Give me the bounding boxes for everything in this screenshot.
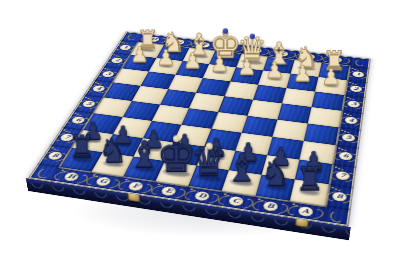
label-disc: 4: [344, 116, 357, 124]
scroll-ornament-icon: [40, 150, 60, 162]
ornament-dots: [338, 147, 340, 148]
scroll-ornament-icon: [235, 197, 257, 211]
ornament-dots: [63, 129, 65, 130]
frame-corner: [28, 164, 60, 182]
label-disc: D: [194, 191, 211, 202]
brass-clasp-right: [295, 215, 309, 228]
scroll-ornament-icon: [182, 189, 203, 202]
ornament-dots: [104, 68, 106, 69]
scroll-ornament-icon: [250, 198, 272, 212]
scroll-ornament-icon: [215, 193, 237, 206]
scroll-ornament-icon: [355, 59, 366, 67]
label-disc: 6: [339, 151, 353, 160]
chess-board: HHGGFFEEDDCCBBAA1122334455667788 ♜♞♝♛♚♝♞…: [28, 31, 371, 226]
ornament-dots: [157, 184, 159, 185]
ornament-dots: [331, 187, 333, 188]
label-disc: E: [160, 186, 177, 196]
ornament-dots: [125, 179, 127, 180]
rank-label-right-8: 8: [325, 184, 354, 209]
ornament-dots: [113, 54, 115, 55]
ornament-dots: [349, 82, 351, 83]
scroll-ornament-icon: [116, 179, 137, 192]
rank-label-right-4: 4: [338, 111, 363, 131]
scroll-ornament-icon: [337, 171, 358, 183]
rank-label-right-6: 6: [332, 145, 359, 167]
ornament-dots: [190, 188, 192, 189]
ornament-dots: [51, 147, 53, 148]
scroll-ornament-icon: [69, 173, 90, 185]
ornament-dots: [335, 166, 337, 167]
scroll-ornament-icon: [343, 134, 362, 145]
crown-accent: [249, 34, 254, 39]
crown-accent: [173, 135, 180, 142]
label-disc: C: [228, 196, 244, 207]
ornament-dots: [122, 42, 124, 43]
brass-clasp-left: [127, 190, 140, 202]
scroll-ornament-icon: [126, 34, 139, 41]
ornament-dots: [95, 82, 97, 83]
piece-black-knight-b8[interactable]: ♞: [260, 157, 291, 191]
label-disc: 8: [332, 191, 347, 202]
ornament-dots: [93, 174, 95, 175]
piece-black-rook-a8[interactable]: ♜: [295, 163, 324, 195]
scroll-ornament-icon: [334, 192, 356, 205]
label-disc: 5: [342, 133, 356, 142]
ornament-dots: [344, 113, 346, 114]
rank-label-right-5: 5: [335, 127, 361, 148]
piece-black-knight-g8[interactable]: ♞: [98, 134, 127, 167]
crown-accent: [206, 143, 213, 150]
label-disc: 8: [47, 151, 64, 160]
piece-black-bishop-c8[interactable]: ♝: [225, 149, 258, 186]
ornament-dots: [74, 112, 76, 113]
label-disc: B: [262, 201, 278, 212]
ornament-dots: [224, 193, 226, 194]
scroll-ornament-icon: [167, 187, 188, 200]
piece-black-queen-d8[interactable]: ♛: [190, 141, 227, 182]
product-photo-scene: HHGGFFEEDDCCBBAA1122334455667788 ♜♞♝♛♚♝♞…: [0, 0, 420, 259]
crown-accent: [223, 28, 228, 33]
scroll-ornament-icon: [330, 210, 345, 224]
scroll-ornament-icon: [84, 174, 105, 187]
scroll-ornament-icon: [35, 167, 53, 179]
ornament-dots: [62, 169, 64, 170]
label-disc: 7: [335, 171, 350, 181]
scroll-ornament-icon: [52, 170, 73, 182]
scroll-ornament-icon: [269, 202, 291, 216]
ornament-dots: [293, 203, 295, 204]
scroll-ornament-icon: [64, 115, 83, 125]
scroll-ornament-icon: [340, 152, 360, 164]
ornament-dots: [258, 198, 260, 199]
ornament-dots: [341, 130, 343, 131]
scroll-ornament-icon: [101, 178, 122, 191]
rank-label-right-7: 7: [329, 164, 357, 188]
ornament-dots: [85, 97, 87, 98]
scroll-ornament-icon: [346, 117, 365, 127]
ornament-dots: [347, 97, 349, 98]
scroll-ornament-icon: [200, 192, 222, 205]
ornament-dots: [352, 68, 354, 69]
piece-black-rook-h8[interactable]: ♜: [68, 132, 95, 162]
label-disc: G: [95, 176, 112, 186]
scroll-ornament-icon: [148, 184, 169, 197]
label-disc: H: [63, 172, 81, 182]
